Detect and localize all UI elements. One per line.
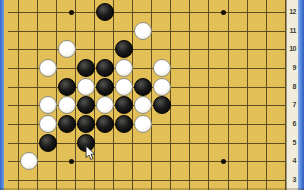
row-label: 6 [293,119,296,129]
row-label: 12 [289,7,296,17]
black-stone[interactable] [77,59,95,77]
board-intersection[interactable] [39,96,58,115]
row-coordinate-strip: 1211109876543 [286,0,298,190]
board-intersection[interactable] [96,3,115,22]
row-label: 3 [293,175,296,185]
board-intersection[interactable] [134,21,153,40]
row-label: 4 [293,156,296,166]
board-intersection[interactable] [39,115,58,134]
row-label: 11 [290,26,296,36]
board-intersection[interactable] [153,96,172,115]
bottom-edge-shade [0,188,304,190]
window-frame-left [0,0,4,190]
white-stone[interactable] [77,78,95,96]
black-stone[interactable] [39,134,57,152]
black-stone[interactable] [96,59,114,77]
white-stone[interactable] [134,96,152,114]
board-intersection[interactable] [115,96,134,115]
black-stone[interactable] [58,115,76,133]
white-stone[interactable] [134,22,152,40]
board-intersection[interactable] [96,96,115,115]
white-stone[interactable] [39,59,57,77]
board-intersection[interactable] [115,115,134,134]
board-intersection[interactable] [115,40,134,59]
black-stone[interactable] [134,78,152,96]
white-stone[interactable] [58,40,76,58]
stones-grid[interactable] [0,3,286,190]
row-label: 10 [289,44,296,54]
board-intersection[interactable] [58,115,77,134]
mouse-cursor-icon [85,145,96,161]
board-intersection[interactable] [77,77,96,96]
board-intersection[interactable] [115,77,134,96]
white-stone[interactable] [96,96,114,114]
black-stone[interactable] [77,96,95,114]
white-stone[interactable] [115,59,133,77]
black-stone[interactable] [96,115,114,133]
board-intersection[interactable] [134,96,153,115]
white-stone[interactable] [134,115,152,133]
black-stone[interactable] [153,96,171,114]
row-label: 8 [293,82,296,92]
board-intersection[interactable] [20,152,39,171]
board-intersection[interactable] [58,77,77,96]
board-intersection[interactable] [134,115,153,134]
black-stone[interactable] [96,78,114,96]
white-stone[interactable] [20,152,38,170]
black-stone[interactable] [96,3,114,21]
board-intersection[interactable] [77,115,96,134]
board-intersection[interactable] [96,77,115,96]
board-intersection[interactable] [96,59,115,78]
board-intersection[interactable] [58,40,77,59]
board-intersection[interactable] [153,59,172,78]
board-intersection[interactable] [115,59,134,78]
white-stone[interactable] [153,59,171,77]
black-stone[interactable] [115,96,133,114]
board-intersection[interactable] [77,96,96,115]
board-intersection[interactable] [134,77,153,96]
board-intersection[interactable] [39,59,58,78]
white-stone[interactable] [39,96,57,114]
go-app-screenshot: 1211109876543 [0,0,304,190]
white-stone[interactable] [115,78,133,96]
board-intersection[interactable] [58,96,77,115]
board-intersection[interactable] [77,59,96,78]
white-stone[interactable] [39,115,57,133]
black-stone[interactable] [115,40,133,58]
white-stone[interactable] [153,78,171,96]
board-intersection[interactable] [96,115,115,134]
board-intersection[interactable] [153,77,172,96]
row-label: 7 [293,100,296,110]
window-frame-right [298,0,304,190]
board-intersection[interactable] [39,133,58,152]
white-stone[interactable] [58,96,76,114]
black-stone[interactable] [115,115,133,133]
black-stone[interactable] [58,78,76,96]
row-label: 5 [293,138,296,148]
black-stone[interactable] [77,115,95,133]
row-label: 9 [293,63,296,73]
